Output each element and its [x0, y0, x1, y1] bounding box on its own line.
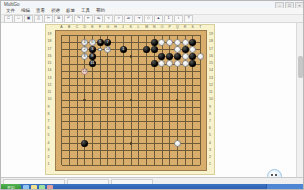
- black-stone-1-17[interactable]: [189, 39, 196, 46]
- grid-hline: [62, 92, 201, 93]
- info-icon[interactable]: i: [174, 15, 183, 23]
- coord-top-D: D: [83, 26, 86, 30]
- help-icon[interactable]: ?: [184, 15, 193, 23]
- white-stone-2-15[interactable]: [174, 46, 181, 53]
- coord-left-10: 10: [48, 98, 52, 102]
- star-point: [130, 55, 132, 57]
- coord-right-2: 2: [209, 156, 211, 160]
- coord-right-16: 16: [209, 55, 213, 59]
- taskbar-app-icon[interactable]: [47, 185, 53, 190]
- coord-top-M: M: [145, 26, 148, 30]
- taskbar-app-icon[interactable]: [23, 185, 29, 190]
- coord-left-19: 19: [48, 33, 52, 37]
- coord-left-4: 4: [48, 142, 50, 146]
- coord-top-T: T: [199, 26, 201, 30]
- grid-hline: [62, 150, 201, 151]
- coord-right-1: 1: [209, 163, 211, 167]
- redo-icon[interactable]: ↷: [74, 15, 83, 23]
- coord-right-10: 10: [209, 98, 213, 102]
- save-icon[interactable]: ▣: [24, 15, 33, 23]
- coord-top-P: P: [168, 26, 170, 30]
- black-stone-2-8[interactable]: 1: [120, 46, 127, 53]
- coord-left-9: 9: [48, 106, 50, 110]
- print-icon[interactable]: ⎙: [34, 15, 43, 23]
- coord-left-7: 7: [48, 120, 50, 124]
- white-stone-3-16[interactable]: [182, 53, 189, 60]
- coord-left-1: 1: [48, 163, 50, 167]
- forward-icon[interactable]: >: [114, 15, 123, 23]
- coord-right-4: 4: [209, 142, 211, 146]
- white-stone-1-16[interactable]: [182, 39, 189, 46]
- coord-right-5: 5: [209, 134, 211, 138]
- coord-right-18: 18: [209, 40, 213, 44]
- white-stone-1-14[interactable]: [166, 39, 173, 46]
- taskbar-app-icon[interactable]: [39, 185, 45, 190]
- coord-top-E: E: [91, 26, 93, 30]
- white-stone-1-3[interactable]: 4: [81, 39, 88, 46]
- grid-hline: [62, 107, 201, 108]
- menu-item-2[interactable]: 查看: [33, 8, 48, 14]
- content-area: ABCDEFGHJKLMNOPQRST191817161514131211109…: [1, 23, 298, 177]
- grid-hline: [62, 165, 201, 166]
- coord-right-13: 13: [209, 77, 213, 81]
- system-tray: [266, 184, 304, 190]
- back-icon[interactable]: <: [104, 15, 113, 23]
- coord-top-G: G: [107, 26, 110, 30]
- copy-icon[interactable]: ⧉: [54, 15, 63, 23]
- coord-left-18: 18: [48, 40, 52, 44]
- coord-left-5: 5: [48, 134, 50, 138]
- menu-item-3[interactable]: 棋谱: [48, 8, 63, 14]
- forward-10-icon[interactable]: ≫: [124, 15, 133, 23]
- coord-top-O: O: [161, 26, 164, 30]
- menu-item-1[interactable]: 编辑: [18, 8, 33, 14]
- coord-right-15: 15: [209, 62, 213, 66]
- taskbar-app-icon[interactable]: [31, 185, 37, 190]
- coord-top-Q: Q: [176, 26, 179, 30]
- new-file-icon[interactable]: □: [4, 15, 13, 23]
- undo-icon[interactable]: ↶: [64, 15, 73, 23]
- menu-item-0[interactable]: 文件: [3, 8, 18, 14]
- coord-right-8: 8: [209, 113, 211, 117]
- start-button[interactable]: 开始: [1, 184, 21, 190]
- coord-right-9: 9: [209, 106, 211, 110]
- back-10-icon[interactable]: ≪: [94, 15, 103, 23]
- grid-hline: [62, 35, 201, 36]
- coord-left-14: 14: [48, 69, 52, 73]
- menu-item-5[interactable]: 工具: [78, 8, 93, 14]
- cut-icon[interactable]: ✂: [44, 15, 53, 23]
- grid-hline: [62, 85, 201, 86]
- white-stone-1-4[interactable]: 6: [89, 39, 96, 46]
- coord-left-3: 3: [48, 149, 50, 153]
- coord-left-8: 8: [48, 113, 50, 117]
- vertical-scrollbar[interactable]: [296, 23, 303, 177]
- coord-right-6: 6: [209, 127, 211, 131]
- coord-top-L: L: [138, 26, 140, 30]
- coord-left-13: 13: [48, 77, 52, 81]
- coord-top-H: H: [114, 26, 117, 30]
- coord-right-3: 3: [209, 149, 211, 153]
- grid-hline: [62, 121, 201, 122]
- window-title: MultiGo: [4, 2, 20, 7]
- menu-item-6[interactable]: 帮助: [93, 8, 108, 14]
- number-icon[interactable]: 1: [164, 15, 173, 23]
- pass-icon[interactable]: ◇: [144, 15, 153, 23]
- coord-right-12: 12: [209, 84, 213, 88]
- coord-top-N: N: [153, 26, 156, 30]
- black-stone-2-16[interactable]: [182, 46, 189, 53]
- coord-right-14: 14: [209, 69, 213, 73]
- white-stone-4-16[interactable]: [182, 60, 189, 67]
- grid-hline: [62, 158, 201, 159]
- grid-hline: [62, 114, 201, 115]
- coord-top-S: S: [192, 26, 194, 30]
- menu-item-4[interactable]: 标签: [63, 8, 78, 14]
- coord-left-15: 15: [48, 62, 52, 66]
- black-stone-3-4[interactable]: 9: [89, 53, 96, 60]
- taskbar: 开始: [1, 184, 304, 190]
- coord-left-16: 16: [48, 55, 52, 59]
- coord-left-2: 2: [48, 156, 50, 160]
- coord-top-F: F: [99, 26, 101, 30]
- star-point: [130, 142, 132, 144]
- last-move-icon[interactable]: ⇥: [134, 15, 143, 23]
- coord-left-17: 17: [48, 48, 52, 52]
- grid-hline: [62, 129, 201, 130]
- coord-top-B: B: [68, 26, 70, 30]
- coord-right-19: 19: [209, 33, 213, 37]
- black-stone-2-12[interactable]: [151, 46, 158, 53]
- black-stone-2-4[interactable]: 3: [89, 46, 96, 53]
- coord-top-J: J: [122, 26, 124, 30]
- black-stone-3-15[interactable]: [174, 53, 181, 60]
- coord-right-7: 7: [209, 120, 211, 124]
- coord-right-17: 17: [209, 48, 213, 52]
- black-stone-2-11[interactable]: [143, 46, 150, 53]
- square-marker: [98, 48, 101, 51]
- white-stone-1-15[interactable]: [174, 39, 181, 46]
- application-window: MultiGo – □ × 文件编辑查看棋谱标签工具帮助 □⌸▣⎙✂⧉↶↷⇤≪<…: [0, 0, 304, 190]
- black-stone-1-5[interactable]: 5: [97, 39, 104, 46]
- coord-top-K: K: [130, 26, 132, 30]
- go-board[interactable]: ABCDEFGHJKLMNOPQRST191817161514131211109…: [45, 24, 215, 175]
- mark-icon[interactable]: ▲: [154, 15, 163, 23]
- black-stone-1-6[interactable]: 7: [104, 39, 111, 46]
- coord-left-11: 11: [48, 91, 52, 95]
- black-stone-1-12[interactable]: [151, 39, 158, 46]
- coord-top-A: A: [60, 26, 62, 30]
- scrollbar-thumb[interactable]: [298, 56, 303, 78]
- grid-hline: [62, 78, 201, 79]
- toolbar: □⌸▣⎙✂⧉↶↷⇤≪<>≫⇥◇▲1i?: [1, 15, 304, 23]
- coord-top-R: R: [184, 26, 187, 30]
- grid-hline: [62, 136, 201, 137]
- coord-left-6: 6: [48, 127, 50, 131]
- open-file-icon[interactable]: ⌸: [14, 15, 23, 23]
- coord-left-12: 12: [48, 84, 52, 88]
- coord-right-11: 11: [209, 91, 213, 95]
- coord-top-C: C: [76, 26, 79, 30]
- white-stone-15-15[interactable]: [174, 140, 181, 147]
- first-move-icon[interactable]: ⇤: [84, 15, 93, 23]
- white-stone-5-3[interactable]: 12: [81, 68, 88, 75]
